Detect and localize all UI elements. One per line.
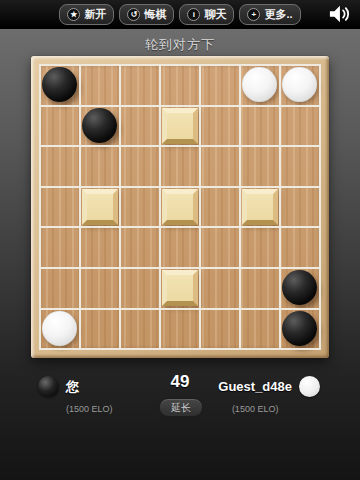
- black-piece: [82, 108, 117, 143]
- new-game-label: 新开: [84, 7, 106, 22]
- blocked-square: [162, 108, 198, 144]
- board-cell[interactable]: [121, 107, 159, 146]
- black-piece: [282, 270, 317, 305]
- board-cell[interactable]: [121, 147, 159, 186]
- extend-time-button[interactable]: 延长: [159, 398, 203, 417]
- chat-button[interactable]: i 聊天: [179, 4, 234, 25]
- undo-icon: ↺: [127, 8, 140, 21]
- board-cell[interactable]: [201, 147, 239, 186]
- board-cell[interactable]: [161, 188, 199, 227]
- board-cell[interactable]: [201, 188, 239, 227]
- board-cell[interactable]: [201, 228, 239, 267]
- board-cell[interactable]: [41, 188, 79, 227]
- plus-icon: +: [247, 8, 260, 21]
- undo-label: 悔棋: [144, 7, 166, 22]
- board-cell[interactable]: [281, 188, 319, 227]
- white-piece: [42, 311, 77, 346]
- white-stone-icon: [299, 376, 320, 397]
- board-cell[interactable]: [81, 310, 119, 349]
- board-cell[interactable]: [161, 107, 199, 146]
- board-cell[interactable]: [121, 188, 159, 227]
- black-stone-icon: [38, 376, 59, 397]
- more-button[interactable]: + 更多..: [239, 4, 300, 25]
- chat-label: 聊天: [204, 7, 226, 22]
- board-cell[interactable]: [241, 107, 279, 146]
- new-game-button[interactable]: ★ 新开: [59, 4, 114, 25]
- player-left: 您 (1500 ELO): [38, 376, 113, 414]
- player-right-name: Guest_d48e: [218, 379, 292, 394]
- board-frame: [31, 56, 329, 358]
- white-piece: [242, 67, 277, 102]
- board-cell[interactable]: [241, 310, 279, 349]
- board-cell[interactable]: [281, 107, 319, 146]
- board-cell[interactable]: [201, 310, 239, 349]
- blocked-square: [82, 189, 118, 225]
- board-cell[interactable]: [161, 66, 199, 105]
- board-cell[interactable]: [41, 310, 79, 349]
- player-right: Guest_d48e (1500 ELO): [218, 376, 320, 414]
- timer-value: 49: [150, 372, 210, 392]
- board-cell[interactable]: [41, 66, 79, 105]
- board-cell[interactable]: [41, 269, 79, 308]
- player-left-elo: (1500 ELO): [66, 404, 113, 414]
- board-cell[interactable]: [81, 147, 119, 186]
- board: [39, 64, 321, 350]
- speaker-icon[interactable]: [328, 4, 350, 24]
- board-cell[interactable]: [241, 228, 279, 267]
- board-cell[interactable]: [41, 147, 79, 186]
- board-grid: [41, 66, 321, 350]
- board-cell[interactable]: [281, 310, 319, 349]
- board-cell[interactable]: [41, 228, 79, 267]
- white-piece: [282, 67, 317, 102]
- turn-status-text: 轮到对方下: [0, 36, 360, 54]
- blocked-square: [162, 189, 198, 225]
- board-cell[interactable]: [81, 228, 119, 267]
- black-piece: [282, 311, 317, 346]
- player-right-elo: (1500 ELO): [218, 404, 292, 414]
- board-cell[interactable]: [281, 228, 319, 267]
- board-cell[interactable]: [121, 228, 159, 267]
- board-cell[interactable]: [81, 188, 119, 227]
- board-cell[interactable]: [121, 66, 159, 105]
- board-cell[interactable]: [241, 147, 279, 186]
- board-cell[interactable]: [161, 147, 199, 186]
- black-piece: [42, 67, 77, 102]
- board-cell[interactable]: [81, 269, 119, 308]
- board-cell[interactable]: [201, 107, 239, 146]
- board-cell[interactable]: [241, 66, 279, 105]
- board-cell[interactable]: [241, 269, 279, 308]
- board-cell[interactable]: [161, 269, 199, 308]
- toolbar: ★ 新开 ↺ 悔棋 i 聊天 + 更多..: [0, 0, 360, 29]
- star-icon: ★: [67, 8, 80, 21]
- blocked-square: [242, 189, 278, 225]
- more-label: 更多..: [264, 7, 292, 22]
- board-cell[interactable]: [121, 310, 159, 349]
- board-cell[interactable]: [241, 188, 279, 227]
- blocked-square: [162, 270, 198, 306]
- board-cell[interactable]: [161, 228, 199, 267]
- board-cell[interactable]: [81, 66, 119, 105]
- info-icon: i: [187, 8, 200, 21]
- board-cell[interactable]: [281, 269, 319, 308]
- player-left-name: 您: [66, 378, 79, 396]
- board-cell[interactable]: [41, 107, 79, 146]
- board-cell[interactable]: [201, 269, 239, 308]
- board-cell[interactable]: [201, 66, 239, 105]
- board-cell[interactable]: [281, 66, 319, 105]
- board-cell[interactable]: [81, 107, 119, 146]
- board-cell[interactable]: [121, 269, 159, 308]
- board-cell[interactable]: [281, 147, 319, 186]
- board-cell[interactable]: [161, 310, 199, 349]
- undo-button[interactable]: ↺ 悔棋: [119, 4, 174, 25]
